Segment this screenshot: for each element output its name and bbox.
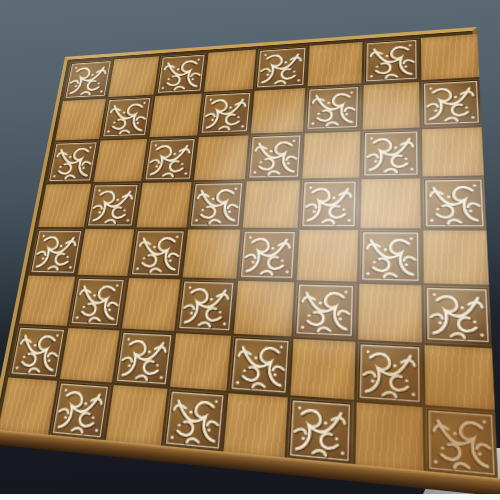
square-r4c8 [422, 177, 486, 228]
square-r6c1 [19, 276, 75, 326]
square-r3c4 [194, 135, 249, 180]
square-r5c1 [29, 229, 84, 275]
carved-ornament-icon [188, 181, 244, 228]
carved-ornament-icon [29, 229, 84, 275]
carved-ornament-icon [305, 85, 361, 131]
square-r6c2 [69, 277, 126, 328]
square-r1c2 [108, 56, 158, 97]
square-r6c7 [357, 284, 421, 342]
carved-ornament-icon [155, 53, 206, 95]
square-r3c7 [361, 129, 420, 177]
carved-ornament-icon [163, 389, 226, 452]
square-r4c3 [136, 182, 191, 228]
carved-ornament-icon [129, 229, 186, 277]
square-r7c5 [229, 335, 292, 394]
carved-ornament-icon [176, 280, 236, 333]
carved-ornament-icon [425, 407, 498, 478]
square-r6c4 [176, 280, 236, 333]
square-r4c7 [360, 178, 420, 228]
square-r4c1 [38, 184, 91, 228]
square-r6c5 [234, 281, 295, 336]
carved-ornament-icon [300, 179, 359, 228]
square-r3c1 [47, 140, 99, 182]
carved-ornament-icon [47, 140, 99, 182]
carved-ornament-icon [50, 381, 111, 440]
square-r1c5 [255, 46, 308, 89]
carved-ornament-icon [421, 79, 481, 127]
square-r5c4 [182, 229, 240, 278]
chessboard [0, 27, 498, 478]
square-r8c5 [224, 393, 289, 457]
carved-ornament-icon [229, 335, 292, 394]
square-r4c6 [300, 179, 359, 228]
square-r2c7 [362, 82, 419, 129]
square-r5c7 [359, 230, 421, 283]
square-r8c8 [425, 407, 498, 478]
square-r7c7 [356, 341, 422, 404]
square-r5c8 [423, 230, 489, 285]
square-r4c2 [86, 183, 140, 228]
square-r1c1 [63, 60, 113, 100]
square-r8c6 [287, 397, 353, 463]
square-r2c2 [101, 96, 153, 138]
carved-ornament-icon [101, 96, 153, 138]
carved-ornament-icon [424, 286, 492, 346]
board-face [0, 27, 498, 478]
carved-ornament-icon [363, 38, 419, 83]
carved-ornament-icon [422, 177, 486, 228]
square-r5c3 [129, 229, 186, 277]
square-r2c1 [55, 99, 106, 140]
square-r8c4 [163, 389, 226, 452]
square-r2c3 [149, 94, 202, 137]
square-r4c4 [188, 181, 244, 228]
square-r7c3 [114, 330, 174, 386]
square-r1c4 [204, 49, 256, 92]
square-r8c7 [355, 402, 423, 471]
carved-ornament-icon [63, 60, 113, 100]
square-r7c6 [291, 338, 355, 399]
carved-ornament-icon [86, 183, 140, 228]
photo-bottom-margin [0, 494, 500, 500]
square-r1c7 [363, 38, 419, 83]
carved-ornament-icon [143, 137, 197, 181]
carved-ornament-icon [356, 341, 422, 404]
square-r5c6 [297, 230, 357, 282]
carved-ornament-icon [255, 46, 308, 89]
square-r8c1 [0, 377, 58, 434]
square-r3c5 [247, 133, 303, 179]
square-r1c8 [421, 34, 480, 80]
square-r7c1 [9, 325, 67, 378]
square-r6c6 [294, 283, 356, 339]
carved-ornament-icon [294, 283, 356, 339]
square-r6c8 [424, 286, 492, 346]
square-r8c2 [50, 381, 111, 440]
square-r1c6 [308, 42, 362, 86]
carved-ornament-icon [359, 230, 421, 283]
carved-ornament-icon [247, 133, 303, 179]
square-r3c2 [94, 139, 147, 182]
carved-ornament-icon [114, 330, 174, 386]
photo-scene [0, 0, 500, 500]
carved-ornament-icon [199, 91, 253, 135]
square-r8c3 [105, 385, 167, 446]
square-r2c8 [421, 79, 481, 127]
carved-ornament-icon [9, 325, 67, 378]
square-r4c5 [243, 180, 301, 228]
square-r2c4 [199, 91, 253, 135]
square-r7c4 [170, 333, 231, 391]
square-r1c3 [155, 53, 206, 95]
square-r2c5 [251, 88, 306, 133]
square-r7c2 [60, 328, 119, 383]
board-grid [0, 34, 498, 478]
carved-ornament-icon [287, 397, 353, 463]
square-r5c5 [238, 230, 297, 281]
square-r5c2 [78, 229, 134, 276]
carved-ornament-icon [238, 230, 297, 281]
square-r3c6 [303, 131, 360, 178]
carved-ornament-icon [69, 277, 126, 328]
square-r3c3 [143, 137, 197, 181]
carved-ornament-icon [361, 129, 420, 177]
square-r3c8 [422, 127, 484, 176]
square-r6c3 [121, 278, 180, 330]
square-r7c8 [424, 345, 494, 410]
square-r2c6 [305, 85, 361, 131]
